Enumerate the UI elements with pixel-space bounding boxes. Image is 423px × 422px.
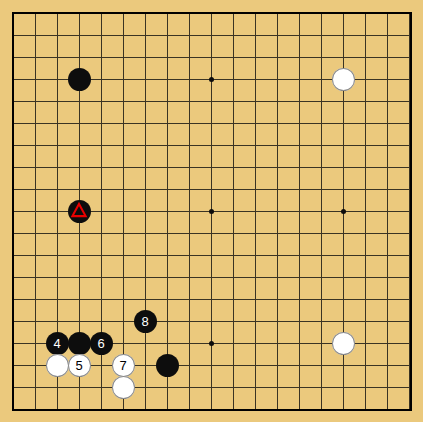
black-stone-D16[interactable] [68,68,91,91]
move-number: 5 [75,359,82,372]
black-stone-C4[interactable]: 4 [46,332,69,355]
white-stone-F2[interactable] [112,376,135,399]
white-stone-Q16[interactable] [332,68,355,91]
go-board: 84657 [2,2,420,420]
star-point [209,341,214,346]
black-stone-H3[interactable] [156,354,179,377]
white-stone-Q4[interactable] [332,332,355,355]
go-board-diagram: 84657 [0,0,423,422]
move-number: 8 [141,315,148,328]
white-stone-F3[interactable]: 7 [112,354,135,377]
move-number: 4 [53,337,60,350]
white-stone-C3[interactable] [46,354,69,377]
black-stone-G5[interactable]: 8 [134,310,157,333]
move-number: 7 [119,359,126,372]
black-stone-E4[interactable]: 6 [90,332,113,355]
black-stone-D10[interactable] [68,200,91,223]
star-point [209,77,214,82]
star-point [341,209,346,214]
white-stone-D3[interactable]: 5 [68,354,91,377]
move-number: 6 [97,337,104,350]
triangle-mark-icon [68,200,90,222]
star-point [209,209,214,214]
black-stone-D4[interactable] [68,332,91,355]
